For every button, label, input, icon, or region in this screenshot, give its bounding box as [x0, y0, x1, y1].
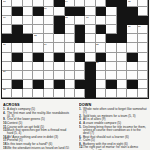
grid-cell[interactable] [96, 16, 106, 25]
cell-number: 21 [138, 25, 140, 28]
black-cell [106, 0, 116, 7]
black-cell [117, 25, 127, 34]
grid-cell[interactable]: 13 [2, 0, 12, 7]
clue-item: 12.The right part of mortar: he start a … [79, 146, 147, 150]
black-cell [33, 80, 43, 89]
across-list: 1.A dog's company (5)4.The first man and… [3, 107, 71, 149]
grid-cell[interactable] [85, 7, 95, 16]
black-cell [85, 62, 95, 71]
black-cell [85, 71, 95, 80]
grid-cell[interactable] [2, 25, 12, 34]
grid-cell[interactable] [44, 25, 54, 34]
grid-cell[interactable] [23, 71, 33, 80]
grid-cell[interactable] [65, 71, 75, 80]
grid-cell[interactable] [44, 0, 54, 7]
grid-cell[interactable] [12, 0, 22, 7]
grid-cell[interactable] [65, 53, 75, 62]
grid-cell[interactable]: 23 [2, 43, 12, 52]
grid-cell[interactable] [117, 71, 127, 80]
grid-cell[interactable] [75, 0, 85, 7]
grid-cell[interactable]: 18 [65, 16, 75, 25]
cell-number: 25 [96, 43, 98, 46]
black-cell [75, 53, 85, 62]
grid-cell[interactable] [12, 89, 22, 98]
black-cell [75, 25, 85, 34]
black-cell [54, 0, 64, 7]
grid-cell[interactable] [2, 53, 12, 62]
grid-cell[interactable] [85, 0, 95, 7]
grid-cell[interactable] [33, 16, 43, 25]
cell-number: 22 [34, 34, 36, 37]
grid-cell[interactable] [54, 62, 64, 71]
black-cell [12, 80, 22, 89]
grid-cell[interactable] [85, 34, 95, 43]
grid-cell[interactable] [65, 25, 75, 34]
grid-cell[interactable] [65, 43, 75, 52]
grid-cell[interactable] [23, 25, 33, 34]
grid-cell[interactable] [85, 53, 95, 62]
grid-cell[interactable] [33, 71, 43, 80]
grid-cell[interactable] [33, 43, 43, 52]
black-cell [75, 7, 85, 16]
grid-cell[interactable] [54, 34, 64, 43]
grid-cell[interactable] [75, 43, 85, 52]
down-list: 1.Whole note often used to forget like s… [79, 107, 147, 150]
grid-cell[interactable] [12, 62, 22, 71]
grid-cell[interactable] [106, 16, 116, 25]
down-header: DOWN [79, 103, 147, 106]
grid-cell[interactable] [44, 62, 54, 71]
black-cell [33, 7, 43, 16]
black-cell [12, 53, 22, 62]
clue-text: The right part of mortar: he start a dem… [83, 146, 147, 150]
black-cell [12, 25, 22, 34]
grid-cell[interactable] [65, 62, 75, 71]
grid-cell[interactable] [33, 89, 43, 98]
grid-cell[interactable] [127, 62, 137, 71]
grid-cell[interactable]: 26 [96, 62, 106, 71]
black-cell [23, 34, 33, 43]
black-cell [117, 7, 127, 16]
grid-cell[interactable] [12, 43, 22, 52]
grid-cell[interactable] [44, 16, 54, 25]
grid-cell[interactable]: 28 [2, 89, 12, 98]
grid-cell[interactable] [138, 7, 148, 16]
cell-number: 27 [3, 70, 5, 73]
cell-number: 19 [86, 16, 88, 19]
grid-cell[interactable] [138, 34, 148, 43]
black-cell [96, 25, 106, 34]
grid-cell[interactable] [23, 0, 33, 7]
clue-text: We the attendant injures as heard on lan… [7, 146, 71, 149]
black-cell [85, 80, 95, 89]
grid-cell[interactable] [2, 7, 12, 16]
black-cell [75, 80, 85, 89]
grid-cell[interactable] [96, 71, 106, 80]
black-cell [65, 7, 75, 16]
grid-cell[interactable] [127, 43, 137, 52]
grid-cell[interactable] [106, 89, 116, 98]
black-cell [96, 7, 106, 16]
black-cell [106, 34, 116, 43]
black-cell [127, 80, 137, 89]
black-cell [12, 34, 22, 43]
grid-cell[interactable] [117, 53, 127, 62]
clue-item: 19.We the attendant injures as heard on … [3, 146, 71, 149]
grid-cell[interactable] [75, 71, 85, 80]
grid-cell[interactable] [65, 34, 75, 43]
grid-cell[interactable] [44, 80, 54, 89]
grid-cell[interactable] [127, 34, 137, 43]
grid-cell[interactable] [85, 25, 95, 34]
cell-number: 24 [44, 43, 46, 46]
cell-number: 13 [3, 0, 5, 2]
grid-cell[interactable] [106, 43, 116, 52]
black-cell [54, 53, 64, 62]
black-cell [127, 7, 137, 16]
cell-number: 17 [3, 16, 5, 19]
across-column: ACROSS 1.A dog's company (5)4.The first … [3, 103, 71, 150]
black-cell [127, 53, 137, 62]
grid-cell[interactable] [138, 80, 148, 89]
grid-cell[interactable] [96, 89, 106, 98]
crossword-board: 13141516171819202122232425262728 [1, 0, 149, 99]
grid-cell[interactable] [106, 71, 116, 80]
grid-cell[interactable] [65, 80, 75, 89]
cell-number: 18 [65, 16, 67, 19]
crossword-grid: 13141516171819202122232425262728 [2, 0, 148, 98]
grid-cell[interactable] [23, 89, 33, 98]
cell-number: 23 [3, 43, 5, 46]
grid-cell[interactable] [54, 89, 64, 98]
grid-cell[interactable]: 25 [96, 43, 106, 52]
cell-number: 14 [65, 0, 67, 2]
grid-cell[interactable]: 20 [127, 25, 137, 34]
black-cell [12, 7, 22, 16]
grid-cell[interactable] [75, 16, 85, 25]
grid-cell[interactable] [106, 62, 116, 71]
grid-cell[interactable]: 16 [44, 7, 54, 16]
grid-cell[interactable]: 22 [33, 34, 43, 43]
black-cell [75, 34, 85, 43]
grid-cell[interactable] [23, 80, 33, 89]
grid-cell[interactable] [138, 0, 148, 7]
grid-cell[interactable] [33, 0, 43, 7]
across-header: ACROSS [3, 103, 71, 106]
black-cell [54, 16, 64, 25]
clue-item: 5.Declining bring these for title income… [79, 125, 147, 135]
grid-cell[interactable] [138, 89, 148, 98]
grid-cell[interactable]: 24 [44, 43, 54, 52]
grid-cell[interactable] [65, 89, 75, 98]
grid-cell[interactable] [106, 25, 116, 34]
grid-cell[interactable] [85, 43, 95, 52]
black-cell [54, 25, 64, 34]
grid-cell[interactable]: 21 [138, 25, 148, 34]
black-cell [117, 16, 127, 25]
black-cell [117, 0, 127, 7]
black-cell [54, 80, 64, 89]
cell-number: 28 [3, 88, 5, 91]
grid-cell[interactable] [44, 71, 54, 80]
grid-cell[interactable] [96, 80, 106, 89]
cell-number: 20 [128, 25, 130, 28]
grid-cell[interactable] [23, 62, 33, 71]
cell-number: 15 [128, 0, 130, 2]
grid-cell[interactable] [33, 62, 43, 71]
grid-cell[interactable] [138, 62, 148, 71]
grid-cell[interactable] [127, 89, 137, 98]
grid-cell[interactable] [117, 80, 127, 89]
grid-cell[interactable] [33, 25, 43, 34]
down-column: DOWN 1.Whole note often used to forget l… [79, 103, 147, 150]
grid-cell[interactable] [117, 43, 127, 52]
clues-section: ACROSS 1.A dog's company (5)4.The first … [0, 99, 150, 150]
grid-cell[interactable] [54, 43, 64, 52]
grid-cell[interactable]: 15 [127, 0, 137, 7]
grid-cell[interactable] [117, 62, 127, 71]
black-cell [33, 53, 43, 62]
grid-cell[interactable] [12, 16, 22, 25]
grid-cell[interactable] [106, 7, 116, 16]
black-cell [85, 89, 95, 98]
grid-cell[interactable]: 14 [65, 0, 75, 7]
black-cell [117, 34, 127, 43]
grid-cell[interactable] [138, 53, 148, 62]
cell-number: 26 [96, 61, 98, 64]
grid-cell[interactable] [117, 89, 127, 98]
grid-cell[interactable]: 27 [2, 71, 12, 80]
cell-number: 16 [44, 7, 46, 10]
grid-cell[interactable] [127, 71, 137, 80]
grid-cell[interactable] [96, 0, 106, 7]
clue-text: Declining bring these for title income f… [83, 125, 147, 135]
grid-cell[interactable] [23, 7, 33, 16]
grid-cell[interactable] [23, 53, 33, 62]
grid-cell[interactable] [23, 43, 33, 52]
grid-cell[interactable] [44, 89, 54, 98]
grid-cell[interactable] [44, 53, 54, 62]
grid-cell[interactable]: 17 [2, 16, 12, 25]
grid-cell[interactable]: 19 [85, 16, 95, 25]
black-cell [106, 80, 116, 89]
grid-cell[interactable] [75, 89, 85, 98]
black-cell [127, 16, 137, 25]
grid-cell[interactable] [138, 43, 148, 52]
grid-cell[interactable] [138, 71, 148, 80]
grid-cell[interactable] [12, 71, 22, 80]
grid-cell[interactable] [75, 62, 85, 71]
black-cell [138, 16, 148, 25]
grid-cell[interactable] [54, 71, 64, 80]
grid-cell[interactable] [106, 53, 116, 62]
grid-cell[interactable] [23, 16, 33, 25]
grid-cell[interactable] [54, 7, 64, 16]
